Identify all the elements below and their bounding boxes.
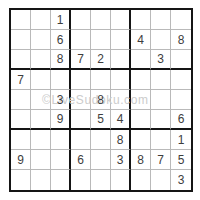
sudoku-cell-r1c9[interactable] (171, 10, 191, 30)
sudoku-cell-r6c8[interactable] (151, 110, 171, 130)
sudoku-cell-r2c3[interactable]: 6 (51, 30, 71, 50)
sudoku-cell-r3c7[interactable] (131, 50, 151, 70)
given-digit: 8 (117, 134, 124, 146)
sudoku-cell-r5c8[interactable] (151, 90, 171, 110)
sudoku-cell-r1c1[interactable] (11, 10, 31, 30)
given-digit: 8 (97, 94, 104, 106)
sudoku-cell-r4c9[interactable] (171, 70, 191, 90)
sudoku-cell-r5c2[interactable] (31, 90, 51, 110)
sudoku-cell-r2c8[interactable] (151, 30, 171, 50)
sudoku-cell-r3c1[interactable] (11, 50, 31, 70)
sudoku-cell-r7c7[interactable] (131, 130, 151, 150)
sudoku-cell-r4c5[interactable] (91, 70, 111, 90)
sudoku-cell-r8c6[interactable]: 3 (111, 150, 131, 170)
given-digit: 6 (57, 34, 64, 46)
sudoku-cell-r1c3[interactable]: 1 (51, 10, 71, 30)
given-digit: 6 (178, 113, 185, 125)
sudoku-cell-r9c8[interactable] (151, 170, 171, 190)
given-digit: 1 (57, 14, 64, 26)
sudoku-cell-r9c5[interactable] (91, 170, 111, 190)
sudoku-cell-r8c3[interactable] (51, 150, 71, 170)
sudoku-cell-r3c3[interactable]: 8 (51, 50, 71, 70)
sudoku-cell-r6c9[interactable]: 6 (171, 110, 191, 130)
sudoku-cell-r3c8[interactable]: 3 (151, 50, 171, 70)
sudoku-board: ©LiveSudoku.com 164887237389546819638753 (9, 8, 193, 192)
sudoku-cell-r6c7[interactable] (131, 110, 151, 130)
given-digit: 3 (157, 53, 164, 65)
given-digit: 8 (178, 34, 185, 46)
sudoku-cell-r1c7[interactable] (131, 10, 151, 30)
sudoku-cell-r2c2[interactable] (31, 30, 51, 50)
given-digit: 3 (117, 154, 124, 166)
given-digit: 3 (178, 174, 185, 186)
sudoku-cell-r7c8[interactable] (151, 130, 171, 150)
sudoku-cell-r9c1[interactable] (11, 170, 31, 190)
sudoku-cell-r9c3[interactable] (51, 170, 71, 190)
sudoku-cell-r2c6[interactable] (111, 30, 131, 50)
sudoku-cell-r2c1[interactable] (11, 30, 31, 50)
sudoku-cell-r8c9[interactable]: 5 (171, 150, 191, 170)
sudoku-cell-r7c1[interactable] (11, 130, 31, 150)
sudoku-cell-r7c4[interactable] (71, 130, 91, 150)
sudoku-cell-r2c9[interactable]: 8 (171, 30, 191, 50)
sudoku-cell-r6c3[interactable]: 9 (51, 110, 71, 130)
sudoku-cell-r6c2[interactable] (31, 110, 51, 130)
sudoku-cell-r6c1[interactable] (11, 110, 31, 130)
given-digit: 7 (17, 74, 24, 86)
sudoku-cell-r5c6[interactable] (111, 90, 131, 110)
sudoku-cell-r5c9[interactable] (171, 90, 191, 110)
sudoku-cell-r5c7[interactable] (131, 90, 151, 110)
given-digit: 2 (97, 53, 104, 65)
sudoku-cell-r3c4[interactable]: 7 (71, 50, 91, 70)
sudoku-cell-r8c4[interactable]: 6 (71, 150, 91, 170)
sudoku-cell-r3c9[interactable] (171, 50, 191, 70)
given-digit: 8 (137, 154, 144, 166)
given-digit: 1 (178, 134, 185, 146)
sudoku-cell-r7c9[interactable]: 1 (171, 130, 191, 150)
sudoku-cell-r9c6[interactable] (111, 170, 131, 190)
sudoku-cell-r1c8[interactable] (151, 10, 171, 30)
sudoku-cell-r4c4[interactable] (71, 70, 91, 90)
sudoku-cell-r2c7[interactable]: 4 (131, 30, 151, 50)
sudoku-cell-r4c2[interactable] (31, 70, 51, 90)
sudoku-cell-r9c9[interactable]: 3 (171, 170, 191, 190)
given-digit: 7 (77, 53, 84, 65)
given-digit: 4 (137, 34, 144, 46)
sudoku-cell-r7c5[interactable] (91, 130, 111, 150)
sudoku-cell-r7c2[interactable] (31, 130, 51, 150)
sudoku-cell-r4c6[interactable] (111, 70, 131, 90)
sudoku-cell-r5c1[interactable] (11, 90, 31, 110)
sudoku-cell-r8c1[interactable]: 9 (11, 150, 31, 170)
sudoku-cell-r4c1[interactable]: 7 (11, 70, 31, 90)
sudoku-cell-r4c7[interactable] (131, 70, 151, 90)
given-digit: 5 (97, 113, 104, 125)
sudoku-cell-r5c5[interactable]: 8 (91, 90, 111, 110)
sudoku-cell-r5c4[interactable] (71, 90, 91, 110)
given-digit: 6 (77, 154, 84, 166)
sudoku-cell-r9c7[interactable] (131, 170, 151, 190)
sudoku-cell-r9c2[interactable] (31, 170, 51, 190)
sudoku-cell-r8c2[interactable] (31, 150, 51, 170)
sudoku-cell-r2c5[interactable] (91, 30, 111, 50)
sudoku-cell-r7c6[interactable]: 8 (111, 130, 131, 150)
sudoku-cell-r1c4[interactable] (71, 10, 91, 30)
sudoku-cell-r1c5[interactable] (91, 10, 111, 30)
sudoku-cell-r6c4[interactable] (71, 110, 91, 130)
sudoku-cell-r3c2[interactable] (31, 50, 51, 70)
given-digit: 3 (57, 94, 64, 106)
sudoku-cell-r1c6[interactable] (111, 10, 131, 30)
sudoku-cell-r4c3[interactable] (51, 70, 71, 90)
sudoku-cell-r4c8[interactable] (151, 70, 171, 90)
given-digit: 9 (57, 113, 64, 125)
given-digit: 9 (17, 154, 24, 166)
sudoku-cell-r8c7[interactable]: 8 (131, 150, 151, 170)
sudoku-cell-r6c5[interactable]: 5 (91, 110, 111, 130)
sudoku-cell-r2c4[interactable] (71, 30, 91, 50)
sudoku-cell-r7c3[interactable] (51, 130, 71, 150)
sudoku-cell-r8c5[interactable] (91, 150, 111, 170)
given-digit: 4 (117, 113, 124, 125)
sudoku-cell-r3c5[interactable]: 2 (91, 50, 111, 70)
given-digit: 7 (157, 154, 164, 166)
given-digit: 5 (178, 154, 185, 166)
sudoku-cell-r1c2[interactable] (31, 10, 51, 30)
sudoku-cell-r3c6[interactable] (111, 50, 131, 70)
given-digit: 8 (57, 53, 64, 65)
sudoku-cell-r5c3[interactable]: 3 (51, 90, 71, 110)
sudoku-cell-r8c8[interactable]: 7 (151, 150, 171, 170)
sudoku-cell-r6c6[interactable]: 4 (111, 110, 131, 130)
sudoku-cell-r9c4[interactable] (71, 170, 91, 190)
